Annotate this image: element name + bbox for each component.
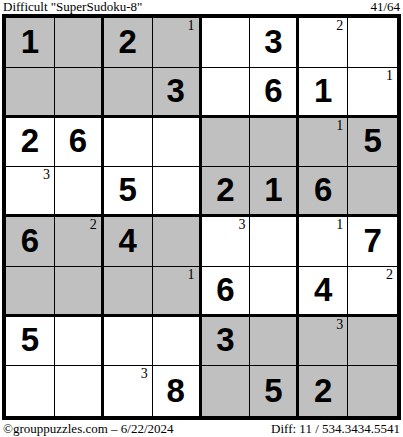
cell-r4c3[interactable]: 5: [104, 167, 153, 217]
cell-r4c6[interactable]: 1: [250, 167, 299, 217]
cell-r8c4[interactable]: 8: [153, 366, 202, 416]
given-digit: 7: [363, 224, 381, 257]
cell-r7c6[interactable]: [250, 317, 299, 367]
corner-mark: 1: [336, 218, 343, 232]
given-digit: 1: [314, 74, 332, 107]
cell-r8c7[interactable]: 2: [299, 366, 348, 416]
corner-mark: 3: [238, 218, 245, 232]
cell-r5c7[interactable]: 1: [299, 217, 348, 267]
cell-r5c1[interactable]: 6: [6, 217, 55, 267]
cell-r1c4[interactable]: 1: [153, 18, 202, 68]
cell-r7c1[interactable]: 5: [6, 317, 55, 367]
given-digit: 6: [69, 124, 87, 157]
cell-r6c6[interactable]: [250, 267, 299, 317]
cell-r7c7[interactable]: 3: [299, 317, 348, 367]
cell-r1c7[interactable]: 2: [299, 18, 348, 68]
cell-r3c7[interactable]: 1: [299, 118, 348, 168]
cell-r8c5[interactable]: [202, 366, 251, 416]
given-digit: 6: [216, 273, 234, 306]
cell-r1c1[interactable]: 1: [6, 18, 55, 68]
cell-r5c8[interactable]: 7: [348, 217, 397, 267]
given-digit: 4: [119, 224, 137, 257]
cell-r8c6[interactable]: 5: [250, 366, 299, 416]
corner-mark: 3: [43, 168, 50, 182]
cell-r2c5[interactable]: [202, 68, 251, 118]
given-digit: 2: [216, 173, 234, 206]
cell-r7c4[interactable]: [153, 317, 202, 367]
cell-r3c8[interactable]: 5: [348, 118, 397, 168]
sudoku-board: 12132361126153521662431716425333852: [2, 14, 401, 420]
cell-r6c3[interactable]: [104, 267, 153, 317]
cell-r4c5[interactable]: 2: [202, 167, 251, 217]
cell-r5c4[interactable]: [153, 217, 202, 267]
cell-r3c5[interactable]: [202, 118, 251, 168]
given-digit: 6: [314, 173, 332, 206]
cell-r7c2[interactable]: [55, 317, 104, 367]
cell-r2c7[interactable]: 1: [299, 68, 348, 118]
cell-r1c2[interactable]: [55, 18, 104, 68]
cell-r4c4[interactable]: [153, 167, 202, 217]
cell-r7c3[interactable]: [104, 317, 153, 367]
given-digit: 5: [264, 374, 282, 407]
cell-r2c4[interactable]: 3: [153, 68, 202, 118]
cell-r6c8[interactable]: 2: [348, 267, 397, 317]
cell-r6c4[interactable]: 1: [153, 267, 202, 317]
cell-r1c8[interactable]: [348, 18, 397, 68]
corner-mark: 1: [188, 268, 195, 282]
cell-r1c3[interactable]: 2: [104, 18, 153, 68]
given-digit: 3: [166, 74, 184, 107]
cell-r3c6[interactable]: [250, 118, 299, 168]
given-digit: 5: [363, 124, 381, 157]
given-digit: 5: [119, 173, 137, 206]
puzzle-counter: 41/64: [370, 0, 400, 13]
given-digit: 3: [216, 323, 234, 356]
puzzle-title: Difficult "SuperSudoku-8": [3, 0, 142, 13]
given-digit: 2: [314, 374, 332, 407]
corner-mark: 2: [386, 268, 393, 282]
corner-mark: 2: [336, 19, 343, 33]
cell-r3c3[interactable]: [104, 118, 153, 168]
cell-r8c3[interactable]: 3: [104, 366, 153, 416]
cell-r1c6[interactable]: 3: [250, 18, 299, 68]
cell-r2c3[interactable]: [104, 68, 153, 118]
cell-r6c7[interactable]: 4: [299, 267, 348, 317]
cell-r7c8[interactable]: [348, 317, 397, 367]
cell-r5c6[interactable]: [250, 217, 299, 267]
cell-r5c3[interactable]: 4: [104, 217, 153, 267]
cell-r4c7[interactable]: 6: [299, 167, 348, 217]
given-digit: 8: [166, 374, 184, 407]
given-digit: 5: [21, 323, 39, 356]
cell-r2c2[interactable]: [55, 68, 104, 118]
given-digit: 2: [21, 124, 39, 157]
cell-r7c5[interactable]: 3: [202, 317, 251, 367]
cell-r4c1[interactable]: 3: [6, 167, 55, 217]
cell-r2c8[interactable]: 1: [348, 68, 397, 118]
given-digit: 6: [21, 224, 39, 257]
cell-r6c5[interactable]: 6: [202, 267, 251, 317]
given-digit: 2: [119, 25, 137, 58]
cell-r1c5[interactable]: [202, 18, 251, 68]
given-digit: 1: [264, 173, 282, 206]
corner-mark: 1: [386, 69, 393, 83]
corner-mark: 1: [336, 119, 343, 133]
puzzle-page: Difficult "SuperSudoku-8" 41/64 12132361…: [0, 0, 403, 437]
cell-r5c5[interactable]: 3: [202, 217, 251, 267]
given-digit: 6: [264, 74, 282, 107]
cell-r3c4[interactable]: [153, 118, 202, 168]
copyright-date-text: ©grouppuzzles.com – 6/22/2024: [3, 422, 174, 435]
cell-r6c1[interactable]: [6, 267, 55, 317]
given-digit: 3: [264, 25, 282, 58]
corner-mark: 1: [188, 19, 195, 33]
cell-r2c6[interactable]: 6: [250, 68, 299, 118]
page-footer: ©grouppuzzles.com – 6/22/2024 Diff: 11 /…: [3, 421, 400, 435]
cell-r4c8[interactable]: [348, 167, 397, 217]
given-digit: 4: [314, 273, 332, 306]
cell-r4c2[interactable]: [55, 167, 104, 217]
corner-mark: 3: [141, 367, 148, 381]
corner-mark: 2: [90, 218, 97, 232]
cell-r5c2[interactable]: 2: [55, 217, 104, 267]
corner-mark: 3: [336, 318, 343, 332]
cell-r8c1[interactable]: [6, 366, 55, 416]
cell-r6c2[interactable]: [55, 267, 104, 317]
cell-r3c2[interactable]: 6: [55, 118, 104, 168]
page-header: Difficult "SuperSudoku-8" 41/64: [3, 0, 400, 14]
difficulty-text: Diff: 11 / 534.3434.5541: [271, 422, 400, 435]
cell-r3c1[interactable]: 2: [6, 118, 55, 168]
cell-r2c1[interactable]: [6, 68, 55, 118]
given-digit: 1: [21, 25, 39, 58]
cell-r8c2[interactable]: [55, 366, 104, 416]
cell-r8c8[interactable]: [348, 366, 397, 416]
